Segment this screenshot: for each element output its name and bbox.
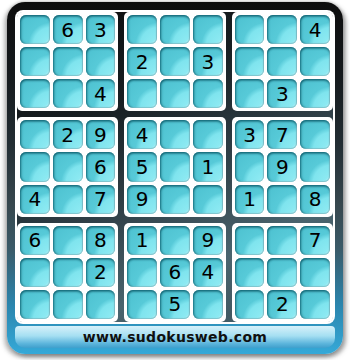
cell-r8c6[interactable]: 4 <box>193 258 223 287</box>
board-panel: 6342343296474519379186821964572 <box>15 10 335 324</box>
box-9: 72 <box>232 223 333 322</box>
box-4: 29647 <box>17 117 118 216</box>
cell-r5c7[interactable] <box>235 152 265 181</box>
cell-r2c9[interactable] <box>300 47 330 76</box>
cell-r4c9[interactable] <box>300 120 330 149</box>
cell-r3c9[interactable] <box>300 79 330 108</box>
cell-r4c2[interactable]: 2 <box>53 120 83 149</box>
cell-r9c8[interactable]: 2 <box>267 290 297 319</box>
cell-r4c5[interactable] <box>160 120 190 149</box>
cell-r5c5[interactable] <box>160 152 190 181</box>
cell-r9c7[interactable] <box>235 290 265 319</box>
cell-r8c2[interactable] <box>53 258 83 287</box>
cell-r4c8[interactable]: 7 <box>267 120 297 149</box>
cell-r1c5[interactable] <box>160 15 190 44</box>
cell-r7c2[interactable] <box>53 226 83 255</box>
cell-r3c2[interactable] <box>53 79 83 108</box>
box-5: 4519 <box>124 117 225 216</box>
cell-r5c8[interactable]: 9 <box>267 152 297 181</box>
page: 6342343296474519379186821964572 www.sudo… <box>0 0 350 360</box>
cell-r1c8[interactable] <box>267 15 297 44</box>
cell-r5c6[interactable]: 1 <box>193 152 223 181</box>
cell-r6c2[interactable] <box>53 185 83 214</box>
cell-r7c9[interactable]: 7 <box>300 226 330 255</box>
sudoku-plaque: 6342343296474519379186821964572 www.sudo… <box>7 2 343 354</box>
cell-r2c8[interactable] <box>267 47 297 76</box>
cell-r5c2[interactable] <box>53 152 83 181</box>
cell-r1c9[interactable]: 4 <box>300 15 330 44</box>
cell-r8c3[interactable]: 2 <box>86 258 116 287</box>
cell-r1c4[interactable] <box>127 15 157 44</box>
cell-r3c3[interactable]: 4 <box>86 79 116 108</box>
cell-r4c4[interactable]: 4 <box>127 120 157 149</box>
cell-r9c5[interactable]: 5 <box>160 290 190 319</box>
cell-r7c7[interactable] <box>235 226 265 255</box>
cell-r7c3[interactable]: 8 <box>86 226 116 255</box>
cell-r4c6[interactable] <box>193 120 223 149</box>
cell-r7c1[interactable]: 6 <box>20 226 50 255</box>
cell-r9c4[interactable] <box>127 290 157 319</box>
cell-r5c4[interactable]: 5 <box>127 152 157 181</box>
cell-r2c5[interactable] <box>160 47 190 76</box>
cell-r9c6[interactable] <box>193 290 223 319</box>
cell-r2c4[interactable]: 2 <box>127 47 157 76</box>
box-1: 634 <box>17 12 118 111</box>
box-3: 43 <box>232 12 333 111</box>
cell-r7c4[interactable]: 1 <box>127 226 157 255</box>
cell-r4c1[interactable] <box>20 120 50 149</box>
cell-r6c6[interactable] <box>193 185 223 214</box>
cell-r6c8[interactable] <box>267 185 297 214</box>
cell-r8c8[interactable] <box>267 258 297 287</box>
box-7: 682 <box>17 223 118 322</box>
cell-r9c1[interactable] <box>20 290 50 319</box>
cell-r3c4[interactable] <box>127 79 157 108</box>
cell-r1c3[interactable]: 3 <box>86 15 116 44</box>
cell-r2c7[interactable] <box>235 47 265 76</box>
cell-r5c1[interactable] <box>20 152 50 181</box>
cell-r9c2[interactable] <box>53 290 83 319</box>
cell-r1c6[interactable] <box>193 15 223 44</box>
cell-r1c1[interactable] <box>20 15 50 44</box>
cell-r7c6[interactable]: 9 <box>193 226 223 255</box>
cell-r7c8[interactable] <box>267 226 297 255</box>
cell-r8c5[interactable]: 6 <box>160 258 190 287</box>
cell-r8c4[interactable] <box>127 258 157 287</box>
cell-r2c6[interactable]: 3 <box>193 47 223 76</box>
box-2: 23 <box>124 12 225 111</box>
cell-r4c7[interactable]: 3 <box>235 120 265 149</box>
cell-r1c2[interactable]: 6 <box>53 15 83 44</box>
cell-r6c3[interactable]: 7 <box>86 185 116 214</box>
footer-bar: www.sudokusweb.com <box>15 326 335 348</box>
cell-r3c8[interactable]: 3 <box>267 79 297 108</box>
cell-r6c5[interactable] <box>160 185 190 214</box>
cell-r6c9[interactable]: 8 <box>300 185 330 214</box>
cell-r2c2[interactable] <box>53 47 83 76</box>
cell-r2c3[interactable] <box>86 47 116 76</box>
cell-r5c9[interactable] <box>300 152 330 181</box>
cell-r3c5[interactable] <box>160 79 190 108</box>
cell-r6c1[interactable]: 4 <box>20 185 50 214</box>
cell-r3c6[interactable] <box>193 79 223 108</box>
cell-r9c3[interactable] <box>86 290 116 319</box>
cell-r7c5[interactable] <box>160 226 190 255</box>
box-8: 19645 <box>124 223 225 322</box>
cell-r5c3[interactable]: 6 <box>86 152 116 181</box>
cell-r3c7[interactable] <box>235 79 265 108</box>
sudoku-grid: 6342343296474519379186821964572 <box>17 12 333 322</box>
cell-r2c1[interactable] <box>20 47 50 76</box>
cell-r3c1[interactable] <box>20 79 50 108</box>
box-6: 37918 <box>232 117 333 216</box>
website-link[interactable]: www.sudokusweb.com <box>83 329 267 345</box>
cell-r6c4[interactable]: 9 <box>127 185 157 214</box>
cell-r9c9[interactable] <box>300 290 330 319</box>
cell-r4c3[interactable]: 9 <box>86 120 116 149</box>
cell-r1c7[interactable] <box>235 15 265 44</box>
cell-r8c7[interactable] <box>235 258 265 287</box>
cell-r8c9[interactable] <box>300 258 330 287</box>
cell-r6c7[interactable]: 1 <box>235 185 265 214</box>
cell-r8c1[interactable] <box>20 258 50 287</box>
